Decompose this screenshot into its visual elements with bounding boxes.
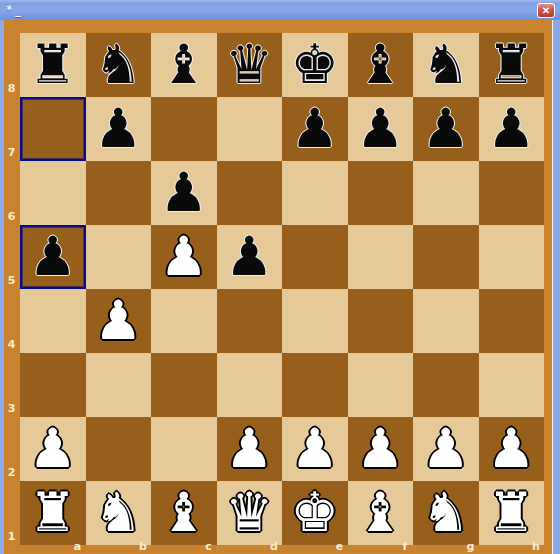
white-pawn[interactable]: ♟ — [94, 294, 142, 348]
white-rook[interactable]: ♜ — [487, 486, 535, 540]
white-bishop[interactable]: ♝ — [356, 486, 404, 540]
square-a8[interactable]: ♜ — [20, 33, 86, 97]
square-c2[interactable] — [151, 417, 217, 481]
square-c1[interactable]: ♝ — [151, 481, 217, 545]
file-label-e: e — [332, 541, 348, 553]
square-e5[interactable] — [282, 225, 348, 289]
black-bishop[interactable]: ♝ — [160, 38, 208, 92]
square-a3[interactable] — [20, 353, 86, 417]
white-pawn[interactable]: ♟ — [291, 422, 339, 476]
square-g2[interactable]: ♟ — [413, 417, 479, 481]
white-king[interactable]: ♚ — [291, 486, 339, 540]
square-h4[interactable] — [479, 289, 545, 353]
file-label-f: f — [397, 541, 413, 553]
square-a2[interactable]: ♟ — [20, 417, 86, 481]
square-g1[interactable]: ♞ — [413, 481, 479, 545]
square-h1[interactable]: ♜ — [479, 481, 545, 545]
square-a7[interactable] — [20, 97, 86, 161]
black-pawn[interactable]: ♟ — [356, 102, 404, 156]
file-label-d: d — [266, 541, 282, 553]
square-d8[interactable]: ♛ — [217, 33, 283, 97]
square-f1[interactable]: ♝ — [348, 481, 414, 545]
square-c3[interactable] — [151, 353, 217, 417]
window-border-right[interactable] — [552, 20, 560, 554]
square-g8[interactable]: ♞ — [413, 33, 479, 97]
square-h2[interactable]: ♟ — [479, 417, 545, 481]
black-pawn[interactable]: ♟ — [291, 102, 339, 156]
square-e8[interactable]: ♚ — [282, 33, 348, 97]
white-knight[interactable]: ♞ — [422, 486, 470, 540]
white-bishop[interactable]: ♝ — [160, 486, 208, 540]
black-pawn[interactable]: ♟ — [487, 102, 535, 156]
chess-app-window: * _ ✕ ♜♞♝♛♚♝♞♜♟♟♟♟♟♟♟♟♟♟♟♟♟♟♟♟♜♞♝♛♚♝♞♜ 8… — [0, 0, 560, 554]
rank-label-7: 7 — [4, 146, 19, 160]
square-b1[interactable]: ♞ — [86, 481, 152, 545]
square-e1[interactable]: ♚ — [282, 481, 348, 545]
square-b5[interactable] — [86, 225, 152, 289]
white-pawn[interactable]: ♟ — [422, 422, 470, 476]
square-g5[interactable] — [413, 225, 479, 289]
file-label-b: b — [135, 541, 151, 553]
square-c4[interactable] — [151, 289, 217, 353]
square-f6[interactable] — [348, 161, 414, 225]
square-d4[interactable] — [217, 289, 283, 353]
white-rook[interactable]: ♜ — [29, 486, 77, 540]
square-d6[interactable] — [217, 161, 283, 225]
black-pawn[interactable]: ♟ — [422, 102, 470, 156]
black-pawn[interactable]: ♟ — [29, 230, 77, 284]
white-pawn[interactable]: ♟ — [160, 230, 208, 284]
square-e4[interactable] — [282, 289, 348, 353]
square-b2[interactable] — [86, 417, 152, 481]
square-d1[interactable]: ♛ — [217, 481, 283, 545]
square-f5[interactable] — [348, 225, 414, 289]
square-h5[interactable] — [479, 225, 545, 289]
square-b6[interactable] — [86, 161, 152, 225]
black-bishop[interactable]: ♝ — [356, 38, 404, 92]
white-knight[interactable]: ♞ — [94, 486, 142, 540]
square-h3[interactable] — [479, 353, 545, 417]
square-h6[interactable] — [479, 161, 545, 225]
black-queen[interactable]: ♛ — [225, 38, 273, 92]
white-pawn[interactable]: ♟ — [225, 422, 273, 476]
white-pawn[interactable]: ♟ — [487, 422, 535, 476]
file-label-a: a — [70, 541, 86, 553]
square-h7[interactable]: ♟ — [479, 97, 545, 161]
square-c5[interactable]: ♟ — [151, 225, 217, 289]
square-a1[interactable]: ♜ — [20, 481, 86, 545]
square-e6[interactable] — [282, 161, 348, 225]
black-rook[interactable]: ♜ — [29, 38, 77, 92]
close-button[interactable]: ✕ — [537, 3, 555, 18]
file-label-g: g — [463, 541, 479, 553]
file-label-h: h — [528, 541, 544, 553]
square-e2[interactable]: ♟ — [282, 417, 348, 481]
square-h8[interactable]: ♜ — [479, 33, 545, 97]
rank-label-6: 6 — [4, 210, 19, 224]
square-g6[interactable] — [413, 161, 479, 225]
square-e7[interactable]: ♟ — [282, 97, 348, 161]
square-f2[interactable]: ♟ — [348, 417, 414, 481]
square-c7[interactable] — [151, 97, 217, 161]
square-d3[interactable] — [217, 353, 283, 417]
rank-label-1: 1 — [4, 530, 19, 544]
black-rook[interactable]: ♜ — [487, 38, 535, 92]
black-knight[interactable]: ♞ — [422, 38, 470, 92]
square-e3[interactable] — [282, 353, 348, 417]
black-knight[interactable]: ♞ — [94, 38, 142, 92]
square-f3[interactable] — [348, 353, 414, 417]
square-g3[interactable] — [413, 353, 479, 417]
square-b4[interactable]: ♟ — [86, 289, 152, 353]
rank-label-5: 5 — [4, 274, 19, 288]
app-icon: * — [6, 2, 12, 18]
rank-label-3: 3 — [4, 402, 19, 416]
black-pawn[interactable]: ♟ — [225, 230, 273, 284]
window-title: _ — [15, 4, 21, 17]
square-d5[interactable]: ♟ — [217, 225, 283, 289]
white-pawn[interactable]: ♟ — [29, 422, 77, 476]
square-g7[interactable]: ♟ — [413, 97, 479, 161]
rank-label-4: 4 — [4, 338, 19, 352]
square-b3[interactable] — [86, 353, 152, 417]
square-c6[interactable]: ♟ — [151, 161, 217, 225]
square-f8[interactable]: ♝ — [348, 33, 414, 97]
black-pawn[interactable]: ♟ — [160, 166, 208, 220]
close-icon: ✕ — [542, 6, 550, 16]
file-label-c: c — [201, 541, 217, 553]
square-d2[interactable]: ♟ — [217, 417, 283, 481]
rank-label-8: 8 — [4, 82, 19, 96]
rank-label-2: 2 — [4, 466, 19, 480]
square-d7[interactable] — [217, 97, 283, 161]
title-bar[interactable]: * _ ✕ — [0, 0, 560, 20]
black-pawn[interactable]: ♟ — [94, 102, 142, 156]
square-a6[interactable] — [20, 161, 86, 225]
square-a5[interactable]: ♟ — [20, 225, 86, 289]
square-g4[interactable] — [413, 289, 479, 353]
white-queen[interactable]: ♛ — [225, 486, 273, 540]
square-b8[interactable]: ♞ — [86, 33, 152, 97]
square-f7[interactable]: ♟ — [348, 97, 414, 161]
white-pawn[interactable]: ♟ — [356, 422, 404, 476]
chess-board: ♜♞♝♛♚♝♞♜♟♟♟♟♟♟♟♟♟♟♟♟♟♟♟♟♜♞♝♛♚♝♞♜ — [20, 33, 544, 545]
square-f4[interactable] — [348, 289, 414, 353]
black-king[interactable]: ♚ — [291, 38, 339, 92]
square-a4[interactable] — [20, 289, 86, 353]
square-c8[interactable]: ♝ — [151, 33, 217, 97]
square-b7[interactable]: ♟ — [86, 97, 152, 161]
